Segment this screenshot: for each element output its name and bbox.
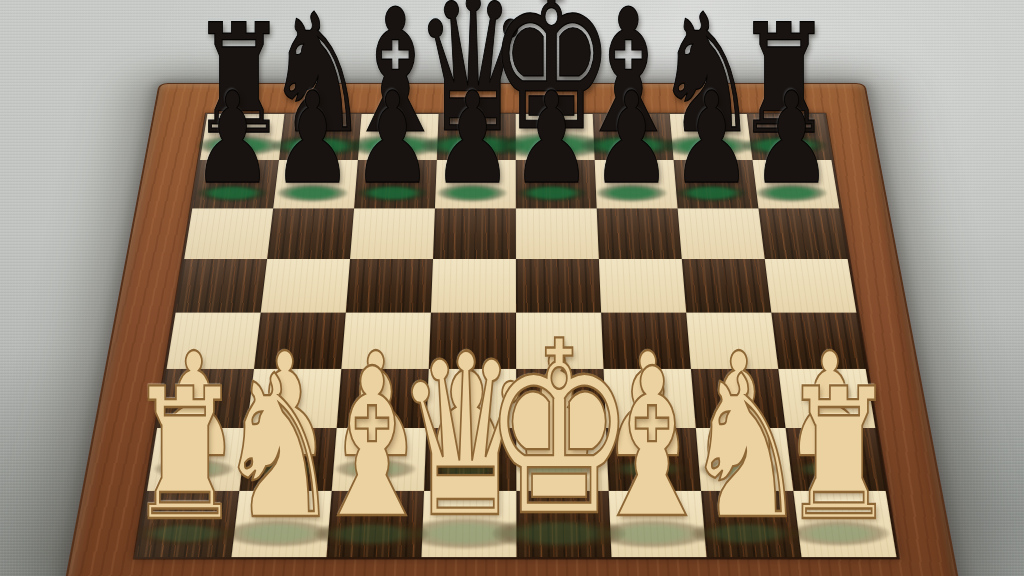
square-b5[interactable]	[261, 259, 350, 312]
square-a5[interactable]	[176, 259, 267, 312]
square-g5[interactable]	[682, 259, 772, 312]
square-g6[interactable]	[678, 208, 765, 259]
square-h5[interactable]	[765, 259, 857, 312]
scene: ♜♞♝♛♚♝♞♜♟♟♟♟♟♟♟♟♟♟♟♟♟♟♟♟♜♞♝♛♚♝♞♜	[0, 0, 1024, 576]
piece-glyph: ♟	[587, 75, 677, 201]
square-h6[interactable]	[758, 208, 847, 259]
square-e6[interactable]	[516, 208, 599, 259]
piece-glyph: ♟	[188, 75, 278, 201]
square-f6[interactable]	[597, 208, 682, 259]
piece-glyph: ♜	[775, 364, 904, 546]
square-d6[interactable]	[433, 208, 516, 259]
piece-glyph: ♟	[268, 75, 358, 201]
square-b6[interactable]	[267, 208, 354, 259]
square-c5[interactable]	[346, 259, 433, 312]
square-a6[interactable]	[184, 208, 273, 259]
piece-glyph: ♟	[746, 75, 836, 201]
piece-glyph: ♟	[347, 75, 437, 201]
piece-glyph: ♟	[507, 75, 597, 201]
piece-glyph: ♟	[667, 75, 757, 201]
piece-glyph: ♟	[427, 75, 517, 201]
square-c6[interactable]	[350, 208, 435, 259]
